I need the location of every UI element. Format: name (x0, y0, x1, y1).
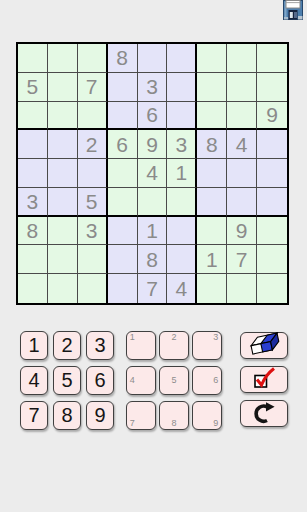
pencil-digit-8: 8 (170, 419, 179, 428)
eraser-icon (246, 332, 282, 359)
cell-r8c6[interactable] (167, 245, 197, 274)
cell-r6c4[interactable] (108, 188, 138, 217)
digit-button-1[interactable]: 1 (20, 331, 48, 360)
cell-r6c2[interactable] (48, 188, 78, 217)
pencil-button-9[interactable]: 9 (192, 401, 222, 430)
digit-button-2[interactable]: 2 (53, 331, 81, 360)
cell-r1c2[interactable] (48, 44, 78, 73)
cell-r7c4[interactable] (108, 217, 138, 246)
pencil-digit-4: 4 (128, 376, 137, 385)
digit-button-3[interactable]: 3 (86, 331, 114, 360)
cell-r1c7[interactable] (197, 44, 227, 73)
cell-r2c7[interactable] (197, 73, 227, 102)
cell-r2c9[interactable] (257, 73, 287, 102)
save-icon (283, 0, 303, 20)
pencil-button-2[interactable]: 2 (159, 331, 189, 360)
cell-r8c9[interactable] (257, 245, 287, 274)
cell-r6c3[interactable]: 5 (78, 188, 108, 217)
cell-r9c9[interactable] (257, 274, 287, 303)
cell-r4c5[interactable]: 9 (138, 130, 168, 159)
pencil-button-3[interactable]: 3 (192, 331, 222, 360)
cell-r8c5[interactable]: 8 (138, 245, 168, 274)
pencil-grid: 9 (194, 403, 220, 428)
pencil-digit-6: 6 (211, 376, 220, 385)
cell-r1c8[interactable] (227, 44, 257, 73)
cell-r9c5[interactable]: 7 (138, 274, 168, 303)
cell-r1c3[interactable] (78, 44, 108, 73)
cell-r5c2[interactable] (48, 159, 78, 188)
cell-r2c6[interactable] (167, 73, 197, 102)
cell-r5c4[interactable] (108, 159, 138, 188)
digit-button-5[interactable]: 5 (53, 366, 81, 395)
cell-r2c1[interactable]: 5 (18, 73, 48, 102)
digit-pad: 123456789 (20, 331, 114, 430)
cell-r1c9[interactable] (257, 44, 287, 73)
cell-r4c6[interactable]: 3 (167, 130, 197, 159)
sudoku-board: 8573692693844135831981774 (16, 42, 289, 305)
cell-r6c7[interactable] (197, 188, 227, 217)
pencil-button-1[interactable]: 1 (126, 331, 156, 360)
save-button[interactable] (283, 0, 303, 20)
cell-r2c5[interactable]: 3 (138, 73, 168, 102)
cell-r7c3[interactable]: 3 (78, 217, 108, 246)
pencil-grid: 6 (194, 368, 220, 393)
cell-r4c2[interactable] (48, 130, 78, 159)
undo-arrow-icon (250, 400, 278, 427)
cell-r3c4[interactable] (108, 102, 138, 131)
undo-button[interactable] (240, 400, 288, 427)
cell-r6c5[interactable] (138, 188, 168, 217)
digit-button-7[interactable]: 7 (20, 401, 48, 430)
cell-r8c1[interactable] (18, 245, 48, 274)
pencil-button-6[interactable]: 6 (192, 366, 222, 395)
cell-r7c8[interactable]: 9 (227, 217, 257, 246)
cell-r5c5[interactable]: 4 (138, 159, 168, 188)
checkmark-icon (251, 366, 277, 393)
pencil-grid: 2 (161, 333, 187, 358)
cell-r5c9[interactable] (257, 159, 287, 188)
cell-r3c9[interactable]: 9 (257, 102, 287, 131)
pencil-grid: 5 (161, 368, 187, 393)
cell-r7c7[interactable] (197, 217, 227, 246)
pencil-grid: 8 (161, 403, 187, 428)
digit-button-4[interactable]: 4 (20, 366, 48, 395)
cell-r7c1[interactable]: 8 (18, 217, 48, 246)
cell-r1c6[interactable] (167, 44, 197, 73)
cell-r5c8[interactable] (227, 159, 257, 188)
cell-r4c3[interactable]: 2 (78, 130, 108, 159)
cell-r4c9[interactable] (257, 130, 287, 159)
cell-r7c6[interactable] (167, 217, 197, 246)
cell-r8c2[interactable] (48, 245, 78, 274)
pencil-digit-9: 9 (211, 419, 220, 428)
pencil-grid: 1 (128, 333, 154, 358)
action-buttons (240, 332, 288, 427)
cell-r9c7[interactable] (197, 274, 227, 303)
cell-r4c7[interactable]: 8 (197, 130, 227, 159)
check-button[interactable] (240, 366, 288, 393)
pencil-digit-2: 2 (170, 333, 179, 342)
cell-r9c8[interactable] (227, 274, 257, 303)
cell-r6c1[interactable]: 3 (18, 188, 48, 217)
cell-r1c5[interactable] (138, 44, 168, 73)
eraser-button[interactable] (240, 332, 288, 359)
cell-r3c5[interactable]: 6 (138, 102, 168, 131)
cell-r2c2[interactable] (48, 73, 78, 102)
cell-r3c2[interactable] (48, 102, 78, 131)
pencil-digit-7: 7 (128, 419, 137, 428)
cell-r8c8[interactable]: 7 (227, 245, 257, 274)
pencil-button-8[interactable]: 8 (159, 401, 189, 430)
cell-r8c3[interactable] (78, 245, 108, 274)
cell-r2c4[interactable] (108, 73, 138, 102)
pencil-grid: 3 (194, 333, 220, 358)
cell-r5c7[interactable] (197, 159, 227, 188)
cell-r4c8[interactable]: 4 (227, 130, 257, 159)
cell-r6c9[interactable] (257, 188, 287, 217)
cell-r4c1[interactable] (18, 130, 48, 159)
cell-r2c8[interactable] (227, 73, 257, 102)
cell-r7c2[interactable] (48, 217, 78, 246)
pencil-digit-3: 3 (211, 333, 220, 342)
cell-r3c1[interactable] (18, 102, 48, 131)
cell-r3c6[interactable] (167, 102, 197, 131)
cell-r8c4[interactable] (108, 245, 138, 274)
cell-r7c5[interactable]: 1 (138, 217, 168, 246)
pencil-digit-5: 5 (170, 376, 179, 385)
digit-button-9[interactable]: 9 (86, 401, 114, 430)
cell-r2c3[interactable]: 7 (78, 73, 108, 102)
cell-r9c1[interactable] (18, 274, 48, 303)
cell-r5c3[interactable] (78, 159, 108, 188)
digit-button-8[interactable]: 8 (53, 401, 81, 430)
cell-r1c1[interactable] (18, 44, 48, 73)
cell-r6c6[interactable] (167, 188, 197, 217)
pencil-button-4[interactable]: 4 (126, 366, 156, 395)
cell-r3c8[interactable] (227, 102, 257, 131)
pencil-button-7[interactable]: 7 (126, 401, 156, 430)
cell-r3c7[interactable] (197, 102, 227, 131)
pencil-pad: 123456789 (126, 331, 222, 430)
cell-r8c7[interactable]: 1 (197, 245, 227, 274)
cell-r9c4[interactable] (108, 274, 138, 303)
pencil-button-5[interactable]: 5 (159, 366, 189, 395)
cell-r6c8[interactable] (227, 188, 257, 217)
cell-r5c1[interactable] (18, 159, 48, 188)
digit-button-6[interactable]: 6 (86, 366, 114, 395)
cell-r9c6[interactable]: 4 (167, 274, 197, 303)
cell-r7c9[interactable] (257, 217, 287, 246)
pencil-grid: 4 (128, 368, 154, 393)
cell-r9c3[interactable] (78, 274, 108, 303)
cell-r4c4[interactable]: 6 (108, 130, 138, 159)
cell-r3c3[interactable] (78, 102, 108, 131)
cell-r9c2[interactable] (48, 274, 78, 303)
cell-r5c6[interactable]: 1 (167, 159, 197, 188)
cell-r1c4[interactable]: 8 (108, 44, 138, 73)
pencil-digit-1: 1 (128, 333, 137, 342)
pencil-grid: 7 (128, 403, 154, 428)
app-screen: 8573692693844135831981774 123456789 1234… (0, 0, 307, 512)
